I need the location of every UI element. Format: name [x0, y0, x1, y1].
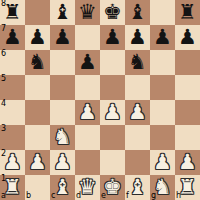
square-c8[interactable]: ♝ — [50, 0, 75, 25]
square-h5[interactable] — [175, 75, 200, 100]
white-pawn-h2[interactable]: ♟ — [175, 150, 200, 175]
square-g1[interactable]: g♞ — [150, 175, 175, 200]
square-h3[interactable] — [175, 125, 200, 150]
black-king-e8[interactable]: ♚ — [100, 0, 125, 25]
white-bishop-f1[interactable]: ♝ — [125, 175, 150, 200]
black-pawn-g7[interactable]: ♟ — [150, 25, 175, 50]
square-e8[interactable]: ♚ — [100, 0, 125, 25]
square-e5[interactable] — [100, 75, 125, 100]
square-d6[interactable]: ♟ — [75, 50, 100, 75]
square-d4[interactable]: ♟ — [75, 100, 100, 125]
square-f3[interactable] — [125, 125, 150, 150]
square-c3[interactable]: ♞ — [50, 125, 75, 150]
square-c4[interactable] — [50, 100, 75, 125]
white-pawn-f4[interactable]: ♟ — [125, 100, 150, 125]
white-bishop-c1[interactable]: ♝ — [50, 175, 75, 200]
square-g6[interactable] — [150, 50, 175, 75]
square-g4[interactable] — [150, 100, 175, 125]
black-pawn-f7[interactable]: ♟ — [125, 25, 150, 50]
square-h1[interactable]: h♜ — [175, 175, 200, 200]
black-bishop-c8[interactable]: ♝ — [50, 0, 75, 25]
white-pawn-e4[interactable]: ♟ — [100, 100, 125, 125]
rank-label-6: 6 — [1, 50, 6, 58]
square-h8[interactable]: ♜ — [175, 0, 200, 25]
square-b8[interactable] — [25, 0, 50, 25]
square-c7[interactable]: ♟ — [50, 25, 75, 50]
square-e1[interactable]: e♚ — [100, 175, 125, 200]
square-e2[interactable] — [100, 150, 125, 175]
chess-board: 8♜♝♛♚♝♜7♟♟♟♟♟♟♟6♞♟♞54♟♟♟3♞2♟♟♟♟♟1a♜bc♝d♛… — [0, 0, 200, 200]
square-c5[interactable] — [50, 75, 75, 100]
square-h6[interactable] — [175, 50, 200, 75]
square-a6[interactable]: 6 — [0, 50, 25, 75]
square-a1[interactable]: 1a♜ — [0, 175, 25, 200]
square-e4[interactable]: ♟ — [100, 100, 125, 125]
rank-label-5: 5 — [1, 75, 6, 83]
square-b6[interactable]: ♞ — [25, 50, 50, 75]
black-rook-a8[interactable]: ♜ — [0, 0, 25, 25]
square-b2[interactable]: ♟ — [25, 150, 50, 175]
square-f6[interactable]: ♞ — [125, 50, 150, 75]
square-f2[interactable] — [125, 150, 150, 175]
square-f5[interactable] — [125, 75, 150, 100]
square-d2[interactable] — [75, 150, 100, 175]
square-g2[interactable]: ♟ — [150, 150, 175, 175]
black-pawn-b7[interactable]: ♟ — [25, 25, 50, 50]
black-bishop-f8[interactable]: ♝ — [125, 0, 150, 25]
white-rook-a1[interactable]: ♜ — [0, 175, 25, 200]
square-f8[interactable]: ♝ — [125, 0, 150, 25]
square-e7[interactable]: ♟ — [100, 25, 125, 50]
black-pawn-c7[interactable]: ♟ — [50, 25, 75, 50]
black-pawn-d6[interactable]: ♟ — [75, 50, 100, 75]
square-h4[interactable] — [175, 100, 200, 125]
square-g8[interactable] — [150, 0, 175, 25]
square-b3[interactable] — [25, 125, 50, 150]
square-f4[interactable]: ♟ — [125, 100, 150, 125]
square-h7[interactable]: ♟ — [175, 25, 200, 50]
black-knight-b6[interactable]: ♞ — [25, 50, 50, 75]
white-pawn-c2[interactable]: ♟ — [50, 150, 75, 175]
square-f7[interactable]: ♟ — [125, 25, 150, 50]
square-b5[interactable] — [25, 75, 50, 100]
white-pawn-b2[interactable]: ♟ — [25, 150, 50, 175]
square-d8[interactable]: ♛ — [75, 0, 100, 25]
black-queen-d8[interactable]: ♛ — [75, 0, 100, 25]
white-rook-h1[interactable]: ♜ — [175, 175, 200, 200]
square-c6[interactable] — [50, 50, 75, 75]
white-pawn-a2[interactable]: ♟ — [0, 150, 25, 175]
square-b4[interactable] — [25, 100, 50, 125]
square-e6[interactable] — [100, 50, 125, 75]
square-g3[interactable] — [150, 125, 175, 150]
square-a7[interactable]: 7♟ — [0, 25, 25, 50]
square-b1[interactable]: b — [25, 175, 50, 200]
square-a8[interactable]: 8♜ — [0, 0, 25, 25]
square-g7[interactable]: ♟ — [150, 25, 175, 50]
white-queen-d1[interactable]: ♛ — [75, 175, 100, 200]
square-a5[interactable]: 5 — [0, 75, 25, 100]
black-knight-f6[interactable]: ♞ — [125, 50, 150, 75]
white-pawn-g2[interactable]: ♟ — [150, 150, 175, 175]
rank-label-3: 3 — [1, 125, 6, 133]
square-a4[interactable]: 4 — [0, 100, 25, 125]
rank-label-4: 4 — [1, 100, 6, 108]
square-g5[interactable] — [150, 75, 175, 100]
square-h2[interactable]: ♟ — [175, 150, 200, 175]
white-knight-c3[interactable]: ♞ — [50, 125, 75, 150]
square-d5[interactable] — [75, 75, 100, 100]
square-a3[interactable]: 3 — [0, 125, 25, 150]
square-d1[interactable]: d♛ — [75, 175, 100, 200]
white-knight-g1[interactable]: ♞ — [150, 175, 175, 200]
square-d3[interactable] — [75, 125, 100, 150]
square-f1[interactable]: f♝ — [125, 175, 150, 200]
square-d7[interactable] — [75, 25, 100, 50]
black-pawn-h7[interactable]: ♟ — [175, 25, 200, 50]
square-a2[interactable]: 2♟ — [0, 150, 25, 175]
black-rook-h8[interactable]: ♜ — [175, 0, 200, 25]
white-pawn-d4[interactable]: ♟ — [75, 100, 100, 125]
white-king-e1[interactable]: ♚ — [100, 175, 125, 200]
file-label-b: b — [26, 192, 31, 200]
square-c2[interactable]: ♟ — [50, 150, 75, 175]
square-e3[interactable] — [100, 125, 125, 150]
black-pawn-a7[interactable]: ♟ — [0, 25, 25, 50]
black-pawn-e7[interactable]: ♟ — [100, 25, 125, 50]
square-b7[interactable]: ♟ — [25, 25, 50, 50]
square-c1[interactable]: c♝ — [50, 175, 75, 200]
